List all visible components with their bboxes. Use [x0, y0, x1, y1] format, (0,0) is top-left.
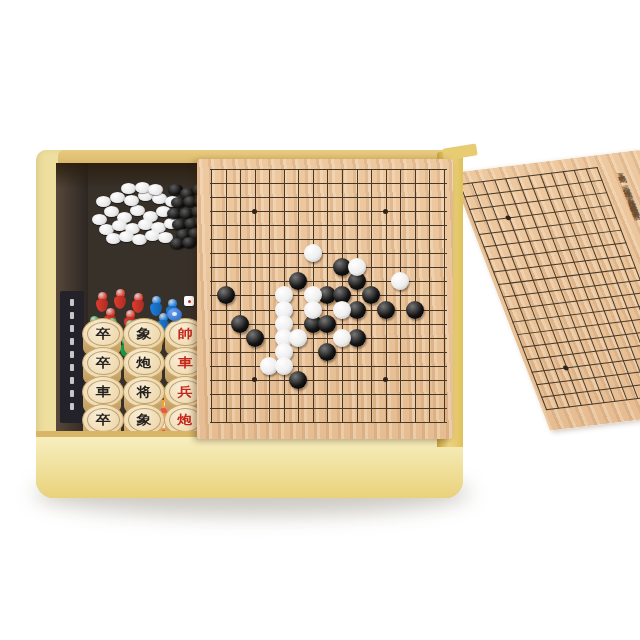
black-stone[interactable]	[289, 272, 307, 290]
star-point	[383, 377, 388, 382]
grid-hline	[210, 281, 447, 282]
label-text-mark	[70, 390, 74, 397]
black-stone[interactable]	[406, 301, 424, 319]
xiangqi-piece-ring: 象	[128, 408, 161, 432]
label-text-mark	[70, 299, 74, 306]
white-go-stone-in-tray[interactable]	[121, 183, 136, 194]
label-text-mark	[70, 351, 74, 358]
second-game-board-panel[interactable]: 五子棋规则：两个玩家轮流落子 首先在棋盘上横竖或斜线连成五子者获胜	[451, 149, 640, 431]
xiangqi-piece-top: 卒	[82, 347, 124, 379]
black-stone[interactable]	[231, 315, 249, 333]
grid-hline	[210, 225, 447, 226]
dice[interactable]	[184, 296, 194, 306]
xiangqi-character: 炮	[178, 414, 193, 427]
grid-hline	[210, 422, 447, 423]
xiangqi-piece-top: 卒	[82, 318, 124, 350]
grid-hline	[210, 169, 447, 170]
white-go-stone-in-tray[interactable]	[148, 184, 163, 195]
black-stone[interactable]	[217, 286, 235, 304]
grid-hline	[210, 366, 447, 367]
grid-hline	[210, 408, 447, 409]
black-go-stone-in-tray[interactable]	[182, 237, 197, 248]
white-stone[interactable]	[289, 329, 307, 347]
label-text-mark	[70, 325, 74, 332]
xiangqi-piece-ring: 車	[87, 380, 120, 404]
xiangqi-character: 卒	[96, 357, 111, 370]
panel-star-point	[562, 365, 569, 370]
label-text-mark	[70, 403, 74, 410]
xiangqi-character: 卒	[96, 414, 111, 427]
white-stone[interactable]	[304, 301, 322, 319]
xiangqi-character: 象	[137, 414, 152, 427]
white-stone[interactable]	[348, 258, 366, 276]
xiangqi-piece-ring: 卒	[87, 351, 120, 375]
pawn[interactable]	[114, 289, 126, 309]
black-stone[interactable]	[289, 371, 307, 389]
grid-hline	[210, 253, 447, 254]
xiangqi-piece-ring: 炮	[128, 351, 161, 375]
xiangqi-character: 将	[137, 386, 152, 399]
xiangqi-piece-ring: 卒	[87, 322, 120, 346]
black-stone[interactable]	[246, 329, 264, 347]
black-stone[interactable]	[362, 286, 380, 304]
black-stone[interactable]	[377, 301, 395, 319]
label-text-mark	[70, 364, 74, 371]
label-text-mark	[70, 312, 74, 319]
panel-star-point	[505, 215, 512, 220]
xiangqi-character: 卒	[96, 328, 111, 341]
box-front-face	[36, 436, 463, 498]
xiangqi-character: 象	[137, 328, 152, 341]
white-go-stone-in-tray[interactable]	[110, 192, 125, 203]
grid-hline	[210, 211, 447, 212]
white-stone[interactable]	[391, 272, 409, 290]
xiangqi-character: 車	[178, 357, 193, 370]
white-stone[interactable]	[304, 244, 322, 262]
xiangqi-character: 兵	[178, 386, 193, 399]
grid-hline	[210, 394, 447, 395]
black-stone[interactable]	[318, 343, 336, 361]
label-text-mark	[70, 338, 74, 345]
xiangqi-piece-ring: 象	[128, 322, 161, 346]
tray-side-label	[60, 291, 84, 423]
xiangqi-character: 炮	[137, 357, 152, 370]
star-point	[383, 209, 388, 214]
grid-hline	[210, 197, 447, 198]
star-point	[252, 377, 257, 382]
blue-disc-piece[interactable]	[167, 308, 182, 321]
xiangqi-piece-ring: 卒	[87, 408, 120, 432]
xiangqi-piece-top: 炮	[123, 347, 165, 379]
grid-hline	[210, 239, 447, 240]
star-point	[252, 209, 257, 214]
white-stone[interactable]	[333, 301, 351, 319]
grid-hline	[210, 183, 447, 184]
product-photo-scene: 卒象帥卒炮車車将兵卒象炮 五子棋规则：两个玩家轮流落子 首先在棋盘上横竖或斜线连…	[0, 0, 640, 640]
box-wall-top-edge	[442, 143, 477, 160]
label-text-mark	[70, 377, 74, 384]
black-stone[interactable]	[318, 315, 336, 333]
xiangqi-piece-ring: 将	[128, 380, 161, 404]
xiangqi-character: 車	[96, 386, 111, 399]
xiangqi-character: 帥	[178, 328, 193, 341]
white-stone[interactable]	[333, 329, 351, 347]
grid-hline	[210, 267, 447, 268]
white-go-stone-in-tray[interactable]	[96, 196, 111, 207]
go-board-lid[interactable]	[197, 159, 453, 439]
white-stone[interactable]	[275, 357, 293, 375]
grid-hline	[210, 380, 447, 381]
xiangqi-piece-top: 象	[123, 318, 165, 350]
white-go-stone-in-tray[interactable]	[124, 195, 139, 206]
